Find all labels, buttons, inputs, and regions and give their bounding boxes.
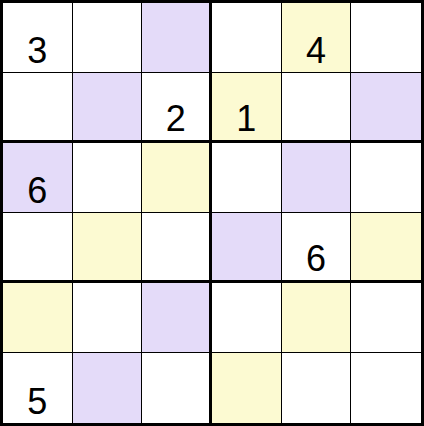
- cell-r2c4[interactable]: [282, 143, 352, 213]
- cell-r3c3[interactable]: [212, 213, 282, 283]
- cell-r4c1[interactable]: [73, 283, 143, 353]
- sudoku-board: 3421665: [0, 0, 424, 426]
- cell-r4c3[interactable]: [212, 283, 282, 353]
- cell-r0c1[interactable]: [73, 3, 143, 73]
- cell-r1c1[interactable]: [73, 73, 143, 143]
- cell-r0c5[interactable]: [351, 3, 421, 73]
- given-digit: 3: [27, 33, 47, 69]
- cell-r4c5[interactable]: [351, 283, 421, 353]
- cell-r5c2[interactable]: [142, 353, 212, 423]
- cell-r3c1[interactable]: [73, 213, 143, 283]
- cell-r5c0[interactable]: 5: [3, 353, 73, 423]
- given-digit: 1: [236, 101, 256, 137]
- cell-r4c2[interactable]: [142, 283, 212, 353]
- cell-r4c0[interactable]: [3, 283, 73, 353]
- given-digit: 6: [27, 173, 47, 209]
- given-digit: 6: [306, 241, 326, 277]
- cell-r3c2[interactable]: [142, 213, 212, 283]
- cell-r0c0[interactable]: 3: [3, 3, 73, 73]
- cell-r0c4[interactable]: 4: [282, 3, 352, 73]
- cell-r3c5[interactable]: [351, 213, 421, 283]
- cell-r5c5[interactable]: [351, 353, 421, 423]
- cell-r0c3[interactable]: [212, 3, 282, 73]
- cell-r2c0[interactable]: 6: [3, 143, 73, 213]
- cell-r2c1[interactable]: [73, 143, 143, 213]
- cell-r5c4[interactable]: [282, 353, 352, 423]
- cell-r0c2[interactable]: [142, 3, 212, 73]
- cell-r5c1[interactable]: [73, 353, 143, 423]
- cell-r1c5[interactable]: [351, 73, 421, 143]
- cell-r2c2[interactable]: [142, 143, 212, 213]
- cell-r1c2[interactable]: 2: [142, 73, 212, 143]
- cell-r5c3[interactable]: [212, 353, 282, 423]
- cell-r3c0[interactable]: [3, 213, 73, 283]
- cell-r1c4[interactable]: [282, 73, 352, 143]
- cell-r2c5[interactable]: [351, 143, 421, 213]
- cell-r1c0[interactable]: [3, 73, 73, 143]
- given-digit: 4: [306, 33, 326, 69]
- cell-r4c4[interactable]: [282, 283, 352, 353]
- given-digit: 2: [166, 101, 186, 137]
- cell-r1c3[interactable]: 1: [212, 73, 282, 143]
- cell-r2c3[interactable]: [212, 143, 282, 213]
- given-digit: 5: [27, 384, 47, 420]
- cell-r3c4[interactable]: 6: [282, 213, 352, 283]
